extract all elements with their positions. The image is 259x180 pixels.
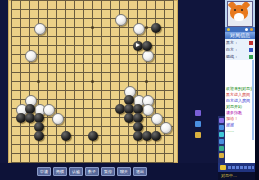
star-point	[91, 26, 94, 29]
black-stone-6-15	[61, 131, 71, 141]
toolbar-button-3[interactable]: 数子	[85, 167, 99, 176]
fox-eye-right-icon	[241, 9, 243, 11]
black-stone-16-15	[151, 131, 161, 141]
white-stone-3-3	[34, 23, 46, 35]
fox-mascot-avatar	[227, 1, 253, 27]
last-move-marker-icon	[136, 43, 140, 47]
chat-log[interactable]: 欢迎来到对局室黑方进入房间白方进入房间对局开始请多指教加油！谢谢……	[225, 86, 255, 163]
black-stone-9-15	[88, 131, 98, 141]
white-stone-15-6	[142, 50, 154, 62]
toolbar-button-6[interactable]: 退出	[133, 167, 147, 176]
avatar-box	[225, 0, 255, 28]
star-point	[37, 80, 40, 83]
tool-icon-1[interactable]	[195, 110, 201, 116]
strip-icon-3[interactable]	[219, 139, 224, 144]
black-stone-16-3	[151, 23, 161, 33]
tool-icon-2[interactable]	[195, 121, 201, 127]
go-client-window: 申请悔棋认输数子暂停聊天退出 对局信息 黑方：白方：观战： 欢迎来到对局室黑方进…	[0, 0, 259, 180]
white-dot-icon	[245, 28, 248, 31]
player-color-icon	[249, 41, 253, 45]
black-stone-15-5	[142, 41, 152, 51]
star-point	[145, 80, 148, 83]
tool-icon-3[interactable]	[195, 132, 201, 138]
chat-scrollbar[interactable]	[252, 60, 254, 140]
sidebar: 对局信息 黑方：白方：观战： 欢迎来到对局室黑方进入房间白方进入房间对局开始请多…	[225, 0, 255, 172]
toolbar-button-4[interactable]: 暂停	[101, 167, 115, 176]
strip-icon-5[interactable]	[219, 153, 224, 158]
white-stone-2-6	[25, 50, 37, 62]
info-row-1: 白方：	[225, 46, 255, 53]
white-stone-15-12	[142, 104, 154, 116]
strip-icon-4[interactable]	[219, 146, 224, 151]
status-bar	[218, 163, 259, 172]
strip-icon-1[interactable]	[219, 125, 224, 130]
white-stone-12-2	[115, 14, 127, 26]
player-color-icon	[249, 48, 253, 52]
toolbar-button-2[interactable]: 认输	[69, 167, 83, 176]
white-stone-16-13	[151, 113, 163, 125]
window-right-edge	[255, 0, 259, 180]
white-stone-5-13	[52, 113, 64, 125]
white-stone-17-14	[160, 122, 172, 134]
white-stone-4-12	[43, 104, 55, 116]
panel-title: 对局信息	[225, 32, 255, 39]
toolbar-button-row: 申请悔棋认输数子暂停聊天退出	[36, 164, 148, 180]
toolbar-button-0[interactable]: 申请	[37, 167, 51, 176]
status-text: 对局中…	[218, 172, 259, 180]
info-row-2: 观战：	[225, 53, 255, 60]
progress-segments	[228, 166, 254, 169]
toolbar-button-1[interactable]: 悔棋	[53, 167, 67, 176]
bottom-toolbar: 申请悔棋认输数子暂停聊天退出	[0, 163, 222, 180]
star-point	[145, 26, 148, 29]
spectator-list[interactable]	[225, 60, 255, 87]
star-point	[91, 80, 94, 83]
chat-line-7: ……	[225, 128, 255, 134]
go-board[interactable]	[8, 0, 178, 163]
player-color-icon	[249, 55, 253, 59]
info-row-0: 黑方：	[225, 39, 255, 46]
strip-icon-0[interactable]	[219, 118, 224, 123]
fox-eye-left-icon	[234, 9, 236, 11]
gold-dot-icon	[250, 28, 253, 31]
toolbar-button-5[interactable]: 聊天	[117, 167, 131, 176]
white-stone-14-3	[133, 23, 145, 35]
folder-icon[interactable]	[220, 165, 226, 170]
yellow-dot-icon	[227, 28, 230, 31]
fox-muzzle-icon	[234, 13, 244, 21]
black-stone-3-15	[34, 131, 44, 141]
strip-icon-2[interactable]	[219, 132, 224, 137]
game-info-panel: 黑方：白方：观战：	[225, 39, 255, 61]
